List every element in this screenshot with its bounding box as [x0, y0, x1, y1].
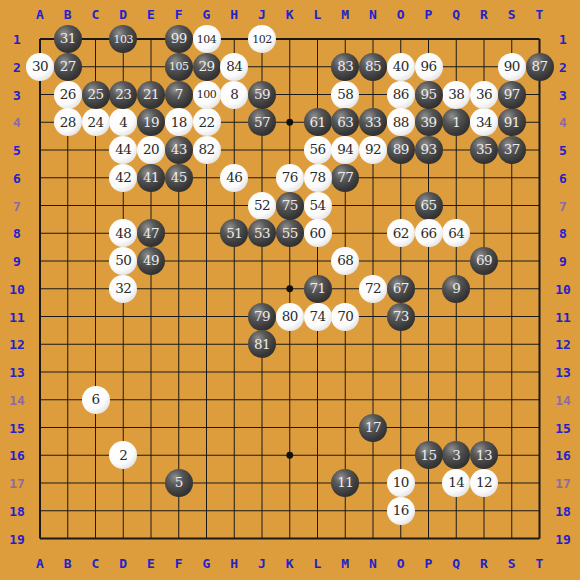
stone-black-L10-move-71: 71 — [304, 275, 332, 303]
col-label-bottom-A: A — [36, 557, 44, 570]
stone-white-H3-move-8: 8 — [220, 81, 248, 109]
move-number: 27 — [60, 60, 76, 74]
stone-white-F4-move-18: 18 — [165, 108, 193, 136]
stone-black-F5-move-43: 43 — [165, 136, 193, 164]
move-number: 37 — [504, 143, 520, 157]
move-number: 71 — [309, 282, 325, 296]
move-number: 57 — [254, 116, 270, 130]
row-label-right-4: 4 — [559, 116, 567, 129]
move-number: 40 — [393, 60, 409, 74]
col-label-bottom-C: C — [92, 557, 100, 570]
move-number: 62 — [393, 227, 409, 241]
move-number: 18 — [171, 116, 187, 130]
move-number: 49 — [143, 254, 159, 268]
move-number: 64 — [448, 227, 464, 241]
stone-white-K11-move-80: 80 — [276, 303, 304, 331]
move-number: 91 — [504, 116, 520, 130]
move-number: 38 — [448, 88, 464, 102]
move-number: 12 — [476, 476, 492, 490]
col-label-top-K: K — [286, 8, 294, 21]
move-number: 94 — [337, 143, 353, 157]
col-label-bottom-J: J — [258, 557, 266, 570]
stone-black-E3-move-21: 21 — [137, 81, 165, 109]
stone-white-M11-move-70: 70 — [331, 303, 359, 331]
row-label-left-9: 9 — [13, 255, 21, 268]
move-number: 105 — [169, 61, 189, 72]
stone-black-C3-move-25: 25 — [82, 81, 110, 109]
move-number: 16 — [393, 504, 409, 518]
row-label-right-16: 16 — [555, 449, 571, 462]
col-label-top-P: P — [425, 8, 433, 21]
row-label-right-12: 12 — [555, 338, 571, 351]
stone-black-F17-move-5: 5 — [165, 469, 193, 497]
move-number: 76 — [282, 171, 298, 185]
stone-black-F3-move-7: 7 — [165, 81, 193, 109]
row-label-left-17: 17 — [9, 477, 25, 490]
move-number: 44 — [115, 143, 131, 157]
move-number: 72 — [365, 282, 381, 296]
col-label-top-B: B — [64, 8, 72, 21]
col-label-top-T: T — [536, 8, 544, 21]
stone-white-G1-move-104: 104 — [193, 25, 221, 53]
move-number: 99 — [171, 32, 187, 46]
row-label-left-12: 12 — [9, 338, 25, 351]
move-number: 28 — [60, 116, 76, 130]
move-number: 2 — [119, 449, 127, 463]
col-label-top-Q: Q — [452, 8, 460, 21]
col-label-top-C: C — [92, 8, 100, 21]
move-number: 79 — [254, 310, 270, 324]
move-number: 96 — [420, 60, 436, 74]
move-number: 60 — [309, 227, 325, 241]
star-point — [286, 119, 293, 126]
col-label-bottom-H: H — [230, 557, 238, 570]
move-number: 31 — [60, 32, 76, 46]
move-number: 92 — [365, 143, 381, 157]
stone-white-K6-move-76: 76 — [276, 164, 304, 192]
move-number: 25 — [87, 88, 103, 102]
stone-white-H2-move-84: 84 — [220, 53, 248, 81]
move-number: 8 — [230, 88, 238, 102]
move-number: 70 — [337, 310, 353, 324]
col-label-top-R: R — [480, 8, 488, 21]
move-number: 55 — [282, 227, 298, 241]
stone-black-G2-move-29: 29 — [193, 53, 221, 81]
move-number: 36 — [476, 88, 492, 102]
star-point — [286, 452, 293, 459]
col-label-top-O: O — [397, 8, 405, 21]
move-number: 33 — [365, 116, 381, 130]
stone-white-E5-move-20: 20 — [137, 136, 165, 164]
row-label-right-7: 7 — [559, 199, 567, 212]
move-number: 83 — [337, 60, 353, 74]
move-number: 80 — [282, 310, 298, 324]
move-number: 20 — [143, 143, 159, 157]
move-number: 93 — [420, 143, 436, 157]
row-label-right-5: 5 — [559, 144, 567, 157]
row-label-left-16: 16 — [9, 449, 25, 462]
move-number: 67 — [393, 282, 409, 296]
row-label-left-5: 5 — [13, 144, 21, 157]
stone-white-D10-move-32: 32 — [109, 275, 137, 303]
stone-white-S2-move-90: 90 — [498, 53, 526, 81]
move-number: 78 — [309, 171, 325, 185]
row-label-left-4: 4 — [13, 116, 21, 129]
col-label-top-D: D — [119, 8, 127, 21]
stone-black-N15-move-17: 17 — [359, 414, 387, 442]
stone-white-Q3-move-38: 38 — [442, 81, 470, 109]
move-number: 95 — [420, 88, 436, 102]
move-number: 3 — [452, 449, 460, 463]
move-number: 50 — [115, 254, 131, 268]
stone-white-A2-move-30: 30 — [26, 53, 54, 81]
move-number: 86 — [393, 88, 409, 102]
stone-black-S4-move-91: 91 — [498, 108, 526, 136]
stone-white-B4-move-28: 28 — [54, 108, 82, 136]
move-number: 1 — [452, 116, 460, 130]
col-label-bottom-T: T — [536, 557, 544, 570]
stone-white-J1-move-102: 102 — [248, 25, 276, 53]
row-label-left-15: 15 — [9, 421, 25, 434]
stone-black-M2-move-83: 83 — [331, 53, 359, 81]
row-label-right-17: 17 — [555, 477, 571, 490]
move-number: 53 — [254, 227, 270, 241]
row-label-left-3: 3 — [13, 88, 21, 101]
move-number: 85 — [365, 60, 381, 74]
col-label-bottom-K: K — [286, 557, 294, 570]
row-label-left-19: 19 — [9, 532, 25, 545]
stone-black-P16-move-15: 15 — [415, 441, 443, 469]
stone-white-L6-move-78: 78 — [304, 164, 332, 192]
col-label-top-G: G — [203, 8, 211, 21]
move-number: 30 — [32, 60, 48, 74]
stone-black-P5-move-93: 93 — [415, 136, 443, 164]
move-number: 45 — [171, 171, 187, 185]
stone-black-J3-move-59: 59 — [248, 81, 276, 109]
stone-black-B2-move-27: 27 — [54, 53, 82, 81]
stone-white-O3-move-86: 86 — [387, 81, 415, 109]
row-label-right-2: 2 — [559, 60, 567, 73]
stone-white-O17-move-10: 10 — [387, 469, 415, 497]
stone-white-M3-move-58: 58 — [331, 81, 359, 109]
move-number: 65 — [420, 199, 436, 213]
move-number: 35 — [476, 143, 492, 157]
col-label-top-S: S — [508, 8, 516, 21]
move-number: 89 — [393, 143, 409, 157]
stone-white-G4-move-22: 22 — [193, 108, 221, 136]
stone-black-F6-move-45: 45 — [165, 164, 193, 192]
stone-black-P7-move-65: 65 — [415, 192, 443, 220]
stone-black-P4-move-39: 39 — [415, 108, 443, 136]
col-label-bottom-F: F — [175, 557, 183, 570]
row-label-right-13: 13 — [555, 366, 571, 379]
row-label-left-18: 18 — [9, 504, 25, 517]
stone-white-O2-move-40: 40 — [387, 53, 415, 81]
move-number: 39 — [420, 116, 436, 130]
stone-black-K8-move-55: 55 — [276, 219, 304, 247]
move-number: 68 — [337, 254, 353, 268]
col-label-bottom-O: O — [397, 557, 405, 570]
move-number: 75 — [282, 199, 298, 213]
row-label-right-9: 9 — [559, 255, 567, 268]
col-label-bottom-G: G — [203, 557, 211, 570]
stone-white-G3-move-100: 100 — [193, 81, 221, 109]
stone-black-B1-move-31: 31 — [54, 25, 82, 53]
move-number: 17 — [365, 421, 381, 435]
move-number: 74 — [309, 310, 325, 324]
col-label-bottom-D: D — [119, 557, 127, 570]
stone-white-P2-move-96: 96 — [415, 53, 443, 81]
move-number: 42 — [115, 171, 131, 185]
col-label-bottom-L: L — [314, 557, 322, 570]
col-label-bottom-Q: Q — [452, 557, 460, 570]
move-number: 26 — [60, 88, 76, 102]
stone-white-L11-move-74: 74 — [304, 303, 332, 331]
move-number: 102 — [252, 34, 272, 45]
row-label-right-8: 8 — [559, 227, 567, 240]
row-label-right-6: 6 — [559, 171, 567, 184]
move-number: 58 — [337, 88, 353, 102]
col-label-top-H: H — [230, 8, 238, 21]
stone-white-C14-move-6: 6 — [82, 386, 110, 414]
stone-white-H6-move-46: 46 — [220, 164, 248, 192]
row-label-left-14: 14 — [9, 393, 25, 406]
move-number: 46 — [226, 171, 242, 185]
stone-black-R9-move-69: 69 — [470, 247, 498, 275]
move-number: 100 — [197, 89, 217, 100]
move-number: 87 — [531, 60, 547, 74]
col-label-bottom-M: M — [341, 557, 349, 570]
stone-black-Q10-move-9: 9 — [442, 275, 470, 303]
row-label-left-11: 11 — [9, 310, 25, 323]
go-kifu-diagram: 1234567891011121314151617181920212223242… — [0, 0, 580, 580]
stone-white-G5-move-82: 82 — [193, 136, 221, 164]
move-number: 88 — [393, 116, 409, 130]
col-label-top-M: M — [341, 8, 349, 21]
stone-white-L8-move-60: 60 — [304, 219, 332, 247]
stone-black-M6-move-77: 77 — [331, 164, 359, 192]
move-number: 54 — [309, 199, 325, 213]
row-label-right-10: 10 — [555, 282, 571, 295]
move-number: 22 — [198, 116, 214, 130]
stone-black-P3-move-95: 95 — [415, 81, 443, 109]
row-label-left-1: 1 — [13, 33, 21, 46]
col-label-top-F: F — [175, 8, 183, 21]
move-number: 63 — [337, 116, 353, 130]
row-label-right-3: 3 — [559, 88, 567, 101]
stone-black-N2-move-85: 85 — [359, 53, 387, 81]
stone-black-O10-move-67: 67 — [387, 275, 415, 303]
stone-black-F2-move-105: 105 — [165, 53, 193, 81]
stone-white-P8-move-66: 66 — [415, 219, 443, 247]
move-number: 84 — [226, 60, 242, 74]
move-number: 13 — [476, 449, 492, 463]
move-number: 69 — [476, 254, 492, 268]
row-label-right-19: 19 — [555, 532, 571, 545]
stone-white-L7-move-54: 54 — [304, 192, 332, 220]
move-number: 47 — [143, 227, 159, 241]
move-number: 66 — [420, 227, 436, 241]
stone-black-E9-move-49: 49 — [137, 247, 165, 275]
move-number: 5 — [175, 476, 183, 490]
stone-black-D3-move-23: 23 — [109, 81, 137, 109]
stone-white-N10-move-72: 72 — [359, 275, 387, 303]
stone-black-J11-move-79: 79 — [248, 303, 276, 331]
row-label-right-15: 15 — [555, 421, 571, 434]
row-label-right-11: 11 — [555, 310, 571, 323]
star-point — [286, 285, 293, 292]
stone-black-T2-move-87: 87 — [526, 53, 554, 81]
row-label-right-14: 14 — [555, 393, 571, 406]
move-number: 81 — [254, 338, 270, 352]
move-number: 41 — [143, 171, 159, 185]
move-number: 56 — [309, 143, 325, 157]
move-number: 9 — [452, 282, 460, 296]
stone-black-L4-move-61: 61 — [304, 108, 332, 136]
move-number: 15 — [420, 449, 436, 463]
move-number: 51 — [226, 227, 242, 241]
move-number: 103 — [114, 34, 134, 45]
row-label-left-2: 2 — [13, 60, 21, 73]
move-number: 90 — [504, 60, 520, 74]
stone-white-N5-move-92: 92 — [359, 136, 387, 164]
stone-black-O5-move-89: 89 — [387, 136, 415, 164]
stone-black-E6-move-41: 41 — [137, 164, 165, 192]
stone-white-O18-move-16: 16 — [387, 497, 415, 525]
move-number: 29 — [198, 60, 214, 74]
stone-black-K7-move-75: 75 — [276, 192, 304, 220]
col-label-bottom-S: S — [508, 557, 516, 570]
col-label-bottom-B: B — [64, 557, 72, 570]
stone-black-R5-move-35: 35 — [470, 136, 498, 164]
row-label-left-7: 7 — [13, 199, 21, 212]
stone-black-S5-move-37: 37 — [498, 136, 526, 164]
move-number: 34 — [476, 116, 492, 130]
row-label-left-8: 8 — [13, 227, 21, 240]
row-label-right-18: 18 — [555, 504, 571, 517]
move-number: 52 — [254, 199, 270, 213]
move-number: 97 — [504, 88, 520, 102]
stone-white-O8-move-62: 62 — [387, 219, 415, 247]
col-label-bottom-N: N — [369, 557, 377, 570]
move-number: 61 — [309, 116, 325, 130]
stone-white-C4-move-24: 24 — [82, 108, 110, 136]
move-number: 77 — [337, 171, 353, 185]
row-label-right-1: 1 — [559, 33, 567, 46]
stone-white-J7-move-52: 52 — [248, 192, 276, 220]
move-number: 14 — [448, 476, 464, 490]
row-label-left-6: 6 — [13, 171, 21, 184]
stone-white-L5-move-56: 56 — [304, 136, 332, 164]
move-number: 43 — [171, 143, 187, 157]
move-number: 21 — [143, 88, 159, 102]
stone-white-R3-move-36: 36 — [470, 81, 498, 109]
stone-black-F1-move-99: 99 — [165, 25, 193, 53]
row-label-left-13: 13 — [9, 366, 25, 379]
move-number: 104 — [197, 34, 217, 45]
move-number: 32 — [115, 282, 131, 296]
move-number: 73 — [393, 310, 409, 324]
col-label-top-N: N — [369, 8, 377, 21]
move-number: 4 — [119, 116, 127, 130]
col-label-bottom-E: E — [147, 557, 155, 570]
col-label-top-J: J — [258, 8, 266, 21]
stone-white-B3-move-26: 26 — [54, 81, 82, 109]
row-label-left-10: 10 — [9, 282, 25, 295]
move-number: 48 — [115, 227, 131, 241]
col-label-bottom-P: P — [425, 557, 433, 570]
move-number: 23 — [115, 88, 131, 102]
stone-white-D6-move-42: 42 — [109, 164, 137, 192]
move-number: 19 — [143, 116, 159, 130]
move-number: 10 — [393, 476, 409, 490]
col-label-bottom-R: R — [480, 557, 488, 570]
stone-black-S3-move-97: 97 — [498, 81, 526, 109]
stone-black-O11-move-73: 73 — [387, 303, 415, 331]
col-label-top-L: L — [314, 8, 322, 21]
move-number: 11 — [337, 476, 353, 490]
stone-white-R17-move-12: 12 — [470, 469, 498, 497]
move-number: 82 — [198, 143, 214, 157]
move-number: 24 — [87, 116, 103, 130]
move-number: 7 — [175, 88, 183, 102]
stone-white-O4-move-88: 88 — [387, 108, 415, 136]
col-label-top-A: A — [36, 8, 44, 21]
col-label-top-E: E — [147, 8, 155, 21]
move-number: 6 — [91, 393, 99, 407]
move-number: 59 — [254, 88, 270, 102]
